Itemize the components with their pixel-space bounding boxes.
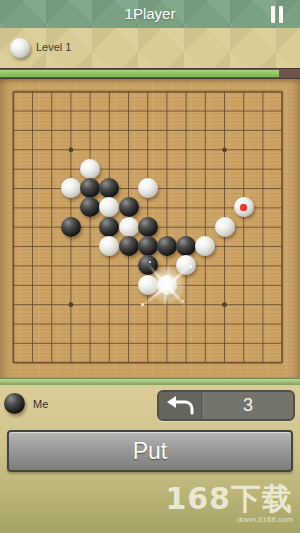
me-label: Me [33,398,48,410]
progress-fill [0,70,279,77]
undo-icon-segment [159,392,202,419]
level-bar: Level 1 [0,28,300,68]
black-stone [119,197,139,217]
level-label: Level 1 [36,41,71,53]
black-stone [61,217,81,237]
white-stone [138,178,158,198]
watermark-site: down.it168.com [165,515,293,524]
black-stone [80,178,100,198]
white-stone [119,217,139,237]
white-stone [157,275,177,295]
pause-icon [271,6,275,23]
watermark-brand: 168下载 [165,484,293,514]
black-stone [138,236,158,256]
white-stone [138,275,158,295]
app-frame: 1Player Level 1 Me [0,0,300,533]
white-stone [61,178,81,198]
header-bar: 1Player [0,0,300,29]
red-dot-marker [240,204,247,211]
white-stone-icon [10,38,30,58]
board-edge-strip [0,378,300,385]
white-stone [215,217,235,237]
black-stone [99,217,119,237]
black-stone-icon [4,393,25,414]
pause-icon [279,6,283,23]
page-title: 1Player [0,0,300,28]
put-button[interactable]: Put [7,430,293,472]
ai-progress-bar [0,68,300,79]
bottom-panel: Me 3 Put 168下载 down.it168.com [0,385,300,533]
undo-button[interactable]: 3 [157,390,295,421]
game-board[interactable] [0,79,300,378]
black-stone [138,217,158,237]
put-button-label: Put [9,432,291,470]
white-stone [80,159,100,179]
pause-button[interactable] [268,6,288,23]
undo-icon [166,394,196,418]
black-stone [119,236,139,256]
black-stone [157,236,177,256]
white-stone [234,197,254,217]
watermark: 168下载 down.it168.com [165,484,293,524]
undo-count: 3 [201,392,295,419]
